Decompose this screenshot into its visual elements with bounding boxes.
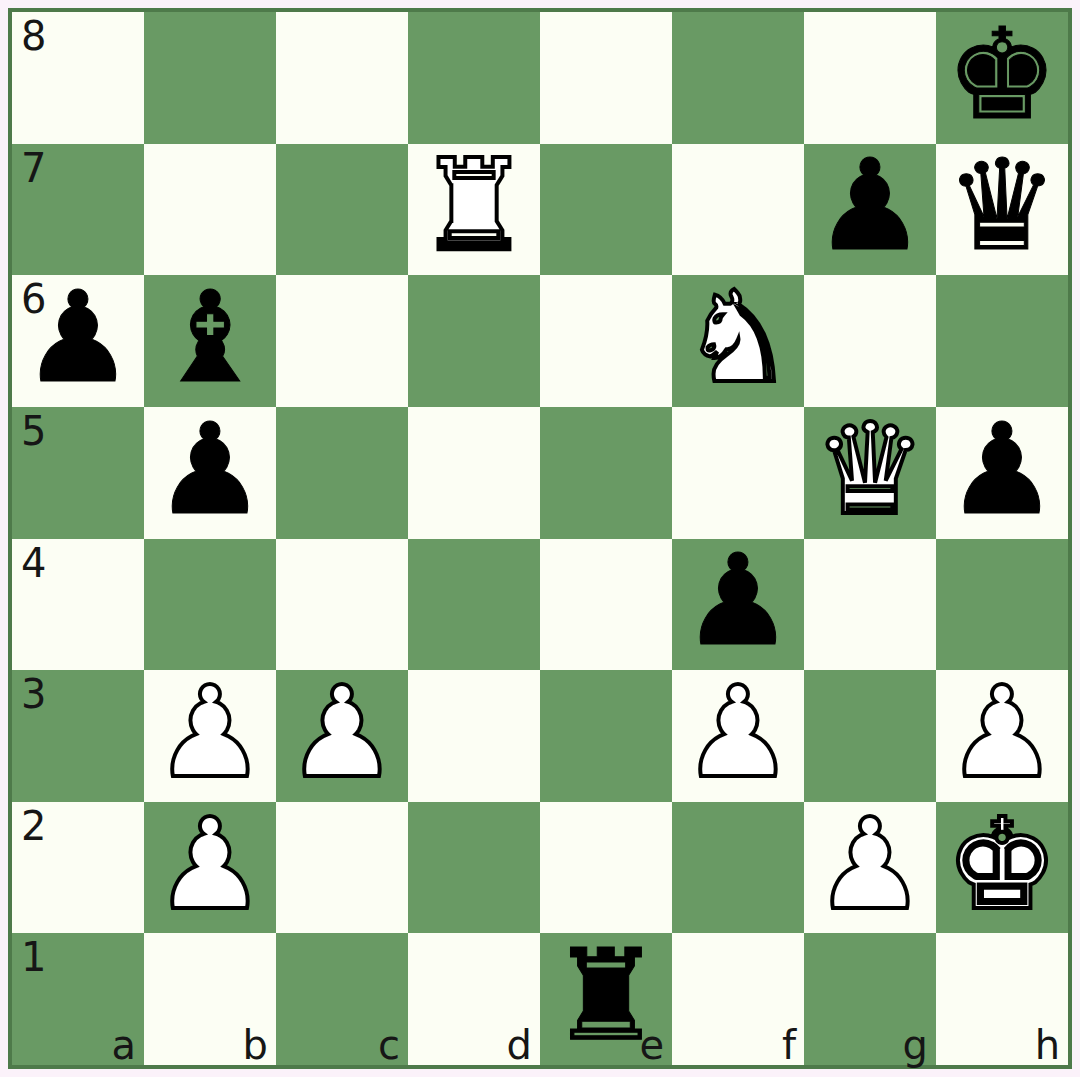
piece-white-pawn-b2[interactable]: ♟ — [144, 802, 276, 934]
square-e8[interactable] — [540, 12, 672, 144]
square-g3[interactable] — [804, 670, 936, 802]
rank-label-8: 8 — [21, 14, 46, 58]
file-label-b: b — [243, 1023, 268, 1067]
square-f6[interactable]: ♞ — [672, 275, 804, 407]
square-a7[interactable]: 7 — [12, 144, 144, 276]
square-g7[interactable]: ♟ — [804, 144, 936, 276]
piece-black-queen-h7[interactable]: ♛ — [936, 144, 1068, 276]
rank-label-2: 2 — [21, 804, 46, 848]
piece-white-knight-f6[interactable]: ♞ — [672, 275, 804, 407]
square-h4[interactable] — [936, 539, 1068, 671]
piece-black-pawn-f4[interactable]: ♟ — [672, 539, 804, 671]
piece-black-bishop-b6[interactable]: ♝ — [144, 275, 276, 407]
piece-black-pawn-b5[interactable]: ♟ — [144, 407, 276, 539]
piece-white-king-h2[interactable]: ♚ — [936, 802, 1068, 934]
square-g5[interactable]: ♛ — [804, 407, 936, 539]
square-a3[interactable]: 3 — [12, 670, 144, 802]
piece-white-pawn-b3[interactable]: ♟ — [144, 670, 276, 802]
file-label-e: e — [639, 1023, 664, 1067]
rank-label-7: 7 — [21, 146, 46, 190]
square-a4[interactable]: 4 — [12, 539, 144, 671]
square-b5[interactable]: ♟ — [144, 407, 276, 539]
square-d6[interactable] — [408, 275, 540, 407]
square-b1[interactable]: b — [144, 933, 276, 1065]
square-d5[interactable] — [408, 407, 540, 539]
square-a5[interactable]: 5 — [12, 407, 144, 539]
square-h7[interactable]: ♛ — [936, 144, 1068, 276]
square-c4[interactable] — [276, 539, 408, 671]
square-b6[interactable]: ♝ — [144, 275, 276, 407]
square-f1[interactable]: f — [672, 933, 804, 1065]
square-b8[interactable] — [144, 12, 276, 144]
square-d2[interactable] — [408, 802, 540, 934]
square-c7[interactable] — [276, 144, 408, 276]
square-c5[interactable] — [276, 407, 408, 539]
square-f5[interactable] — [672, 407, 804, 539]
square-e5[interactable] — [540, 407, 672, 539]
square-e2[interactable] — [540, 802, 672, 934]
square-d8[interactable] — [408, 12, 540, 144]
rank-label-5: 5 — [21, 409, 46, 453]
square-g1[interactable]: g — [804, 933, 936, 1065]
square-d3[interactable] — [408, 670, 540, 802]
square-e6[interactable] — [540, 275, 672, 407]
square-c6[interactable] — [276, 275, 408, 407]
square-d1[interactable]: d — [408, 933, 540, 1065]
square-c1[interactable]: c — [276, 933, 408, 1065]
chess-board: 8♚7♜♟♛6♟♝♞5♟♛♟4♟3♟♟♟♟2♟♟♚1abcde♜fgh — [12, 12, 1068, 1065]
square-d7[interactable]: ♜ — [408, 144, 540, 276]
square-c8[interactable] — [276, 12, 408, 144]
square-h8[interactable]: ♚ — [936, 12, 1068, 144]
square-a1[interactable]: 1a — [12, 933, 144, 1065]
square-h2[interactable]: ♚ — [936, 802, 1068, 934]
file-label-h: h — [1035, 1023, 1060, 1067]
rank-label-3: 3 — [21, 672, 46, 716]
square-g8[interactable] — [804, 12, 936, 144]
rank-label-4: 4 — [21, 541, 46, 585]
square-b7[interactable] — [144, 144, 276, 276]
file-label-a: a — [111, 1023, 136, 1067]
square-g2[interactable]: ♟ — [804, 802, 936, 934]
square-c2[interactable] — [276, 802, 408, 934]
square-f3[interactable]: ♟ — [672, 670, 804, 802]
rank-label-6: 6 — [21, 277, 46, 321]
square-f2[interactable] — [672, 802, 804, 934]
square-a6[interactable]: 6♟ — [12, 275, 144, 407]
file-label-d: d — [507, 1023, 532, 1067]
chess-board-frame: 8♚7♜♟♛6♟♝♞5♟♛♟4♟3♟♟♟♟2♟♟♚1abcde♜fgh — [8, 8, 1072, 1069]
square-d4[interactable] — [408, 539, 540, 671]
square-g6[interactable] — [804, 275, 936, 407]
file-label-c: c — [378, 1023, 400, 1067]
square-h6[interactable] — [936, 275, 1068, 407]
piece-black-king-h8[interactable]: ♚ — [936, 12, 1068, 144]
piece-white-pawn-g2[interactable]: ♟ — [804, 802, 936, 934]
square-c3[interactable]: ♟ — [276, 670, 408, 802]
piece-white-pawn-h3[interactable]: ♟ — [936, 670, 1068, 802]
rank-label-1: 1 — [21, 935, 46, 979]
square-h1[interactable]: h — [936, 933, 1068, 1065]
piece-white-rook-d7[interactable]: ♜ — [408, 144, 540, 276]
square-a2[interactable]: 2 — [12, 802, 144, 934]
square-h5[interactable]: ♟ — [936, 407, 1068, 539]
piece-black-pawn-h5[interactable]: ♟ — [936, 407, 1068, 539]
page: 8♚7♜♟♛6♟♝♞5♟♛♟4♟3♟♟♟♟2♟♟♚1abcde♜fgh — [0, 0, 1080, 1077]
square-e4[interactable] — [540, 539, 672, 671]
square-f8[interactable] — [672, 12, 804, 144]
square-f7[interactable] — [672, 144, 804, 276]
square-h3[interactable]: ♟ — [936, 670, 1068, 802]
piece-black-pawn-g7[interactable]: ♟ — [804, 144, 936, 276]
square-b3[interactable]: ♟ — [144, 670, 276, 802]
file-label-g: g — [903, 1023, 928, 1067]
square-e3[interactable] — [540, 670, 672, 802]
square-e1[interactable]: e♜ — [540, 933, 672, 1065]
square-f4[interactable]: ♟ — [672, 539, 804, 671]
square-b4[interactable] — [144, 539, 276, 671]
piece-white-pawn-f3[interactable]: ♟ — [672, 670, 804, 802]
file-label-f: f — [782, 1023, 796, 1067]
square-a8[interactable]: 8 — [12, 12, 144, 144]
square-b2[interactable]: ♟ — [144, 802, 276, 934]
square-g4[interactable] — [804, 539, 936, 671]
square-e7[interactable] — [540, 144, 672, 276]
piece-white-queen-g5[interactable]: ♛ — [804, 407, 936, 539]
piece-white-pawn-c3[interactable]: ♟ — [276, 670, 408, 802]
